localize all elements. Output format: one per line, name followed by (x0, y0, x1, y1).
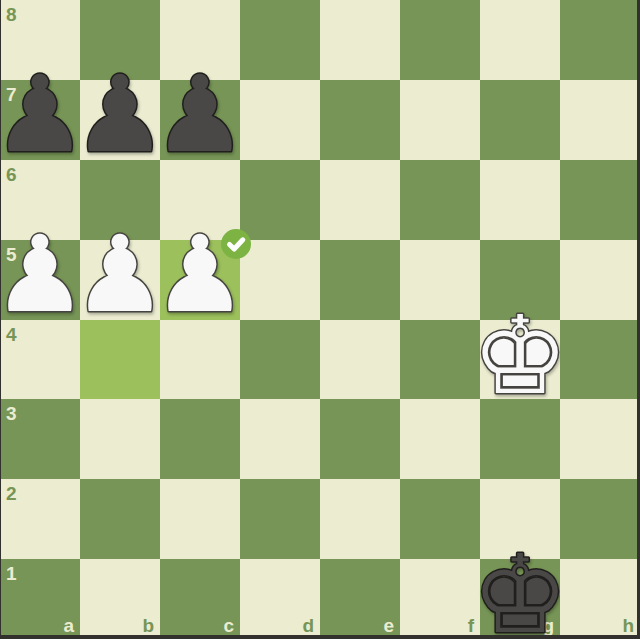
board-stage: 87♟♟♟65♟♟♟4♚321abcdefg♚h (0, 0, 640, 639)
square-f5[interactable] (400, 240, 480, 320)
square-f3[interactable] (400, 399, 480, 479)
file-label-e: e (383, 616, 394, 635)
square-h2[interactable] (560, 479, 640, 559)
white-pawn[interactable]: ♟ (80, 240, 160, 320)
rank-label-4: 4 (6, 325, 17, 344)
square-a5[interactable]: 5♟ (0, 240, 80, 320)
rank-label-1: 1 (6, 564, 17, 583)
square-d1[interactable]: d (240, 559, 320, 639)
square-a3[interactable]: 3 (0, 399, 80, 479)
square-h1[interactable]: h (560, 559, 640, 639)
square-e2[interactable] (320, 479, 400, 559)
square-c2[interactable] (160, 479, 240, 559)
black-pawn[interactable]: ♟ (160, 80, 240, 160)
square-g6[interactable] (480, 160, 560, 240)
square-d4[interactable] (240, 320, 320, 400)
square-c5[interactable]: ♟ (160, 240, 240, 320)
square-c7[interactable]: ♟ (160, 80, 240, 160)
file-label-a: a (63, 616, 74, 635)
square-h7[interactable] (560, 80, 640, 160)
square-h3[interactable] (560, 399, 640, 479)
square-a4[interactable]: 4 (0, 320, 80, 400)
rank-label-8: 8 (6, 5, 17, 24)
square-c3[interactable] (160, 399, 240, 479)
black-king[interactable]: ♚ (480, 559, 560, 639)
square-b7[interactable]: ♟ (80, 80, 160, 160)
square-c4[interactable] (160, 320, 240, 400)
square-h8[interactable] (560, 0, 640, 80)
square-c1[interactable]: c (160, 559, 240, 639)
white-pawn[interactable]: ♟ (0, 240, 80, 320)
square-f8[interactable] (400, 0, 480, 80)
square-g7[interactable] (480, 80, 560, 160)
square-e8[interactable] (320, 0, 400, 80)
square-e4[interactable] (320, 320, 400, 400)
square-e7[interactable] (320, 80, 400, 160)
square-a2[interactable]: 2 (0, 479, 80, 559)
square-e3[interactable] (320, 399, 400, 479)
square-e6[interactable] (320, 160, 400, 240)
file-label-b: b (142, 616, 154, 635)
square-d2[interactable] (240, 479, 320, 559)
square-d6[interactable] (240, 160, 320, 240)
square-a1[interactable]: 1a (0, 559, 80, 639)
square-b1[interactable]: b (80, 559, 160, 639)
chess-board[interactable]: 87♟♟♟65♟♟♟4♚321abcdefg♚h (0, 0, 640, 639)
svg-text:♟: ♟ (153, 53, 248, 176)
svg-text:♟: ♟ (153, 213, 248, 336)
square-b4[interactable] (80, 320, 160, 400)
square-b2[interactable] (80, 479, 160, 559)
file-label-d: d (302, 616, 314, 635)
square-g8[interactable] (480, 0, 560, 80)
white-king[interactable]: ♚ (480, 320, 560, 400)
square-g4[interactable]: ♚ (480, 320, 560, 400)
rank-label-6: 6 (6, 165, 17, 184)
square-d8[interactable] (240, 0, 320, 80)
square-e1[interactable]: e (320, 559, 400, 639)
svg-text:♚: ♚ (472, 532, 569, 639)
square-f1[interactable]: f (400, 559, 480, 639)
square-b5[interactable]: ♟ (80, 240, 160, 320)
square-e5[interactable] (320, 240, 400, 320)
file-label-c: c (223, 616, 234, 635)
square-f7[interactable] (400, 80, 480, 160)
white-pawn[interactable]: ♟ (160, 240, 240, 320)
square-f4[interactable] (400, 320, 480, 400)
rank-label-2: 2 (6, 484, 17, 503)
square-g1[interactable]: g♚ (480, 559, 560, 639)
rank-label-3: 3 (6, 404, 17, 423)
square-h6[interactable] (560, 160, 640, 240)
square-d7[interactable] (240, 80, 320, 160)
square-h5[interactable] (560, 240, 640, 320)
square-h4[interactable] (560, 320, 640, 400)
square-g3[interactable] (480, 399, 560, 479)
black-pawn[interactable]: ♟ (80, 80, 160, 160)
file-label-h: h (622, 616, 634, 635)
square-f2[interactable] (400, 479, 480, 559)
square-f6[interactable] (400, 160, 480, 240)
black-pawn[interactable]: ♟ (0, 80, 80, 160)
square-b3[interactable] (80, 399, 160, 479)
square-d5[interactable] (240, 240, 320, 320)
square-d3[interactable] (240, 399, 320, 479)
square-a7[interactable]: 7♟ (0, 80, 80, 160)
